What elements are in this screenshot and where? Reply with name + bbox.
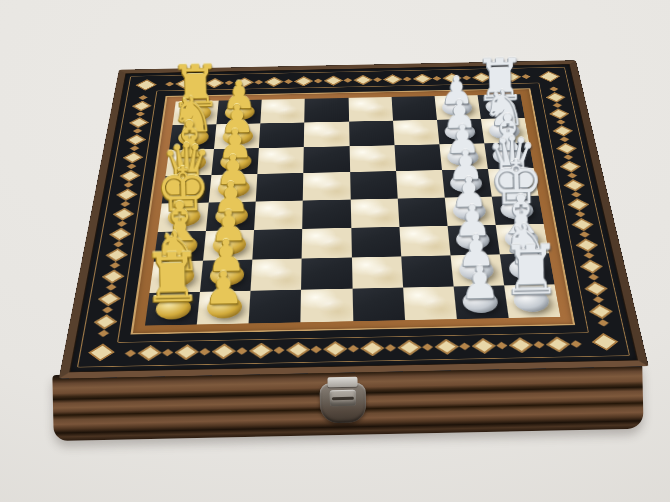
big-diamond-inlay-icon [559,160,580,172]
small-diamond-inlay-icon [496,342,507,349]
small-diamond-inlay-icon [138,95,147,100]
small-diamond-inlay-icon [105,284,116,291]
big-diamond-inlay-icon [93,314,116,329]
small-diamond-inlay-icon [592,296,603,303]
big-diamond-inlay-icon [580,259,602,273]
gold-pawn-glyph: ♟ [185,266,262,310]
small-diamond-inlay-icon [559,137,568,142]
big-diamond-inlay-icon [323,75,342,85]
big-diamond-inlay-icon [137,345,161,361]
small-diamond-inlay-icon [403,76,412,81]
small-diamond-inlay-icon [556,119,565,124]
big-diamond-inlay-icon [119,170,140,182]
big-diamond-inlay-icon [563,179,584,191]
big-diamond-inlay-icon [545,92,564,102]
small-diamond-inlay-icon [549,87,558,92]
small-diamond-inlay-icon [123,182,133,188]
big-diamond-inlay-icon [132,101,151,112]
big-diamond-inlay-icon [116,188,137,200]
big-diamond-inlay-icon [584,281,607,295]
small-diamond-inlay-icon [579,231,589,237]
big-diamond-inlay-icon [294,76,313,86]
small-diamond-inlay-icon [129,146,138,151]
big-diamond-inlay-icon [575,238,597,251]
product-photo-background: ♜♟♟♜♞♟♟♞♝♟♟♝♛♟♟♛♚♟♟♚♝♟♟♝♞♟♟♞♜♟♟♜ [0,0,670,502]
big-diamond-inlay-icon [353,75,372,85]
small-diamond-inlay-icon [135,112,144,117]
small-diamond-inlay-icon [126,164,136,169]
chess-box: ♜♟♟♜♞♟♟♞♝♟♟♝♛♟♟♛♚♟♟♚♝♟♟♝♞♟♟♞♜♟♟♜ [0,0,670,502]
big-diamond-inlay-icon [126,134,146,145]
big-diamond-inlay-icon [383,74,402,84]
big-diamond-inlay-icon [589,304,612,319]
small-diamond-inlay-icon [567,173,577,179]
big-diamond-inlay-icon [105,248,127,262]
small-diamond-inlay-icon [583,252,593,258]
big-diamond-inlay-icon [97,291,120,306]
small-diamond-inlay-icon [102,306,113,313]
big-diamond-inlay-icon [552,125,572,136]
small-diamond-inlay-icon [563,154,573,159]
silver-pawn-glyph: ♟ [442,261,519,305]
small-diamond-inlay-icon [588,274,599,281]
big-diamond-inlay-icon [556,142,576,153]
small-diamond-inlay-icon [343,78,352,83]
small-diamond-inlay-icon [284,79,293,84]
small-diamond-inlay-icon [113,241,123,247]
big-diamond-inlay-icon [101,269,123,283]
big-diamond-inlay-icon [249,342,273,358]
small-diamond-inlay-icon [314,78,323,83]
big-diamond-inlay-icon [549,108,569,119]
small-diamond-inlay-icon [373,77,382,82]
small-diamond-inlay-icon [552,103,561,108]
board-surface: ♜♟♟♜♞♟♟♞♝♟♟♝♛♟♟♛♚♟♟♚♝♟♟♝♞♟♟♞♜♟♟♜ [59,60,649,378]
small-diamond-inlay-icon [109,262,119,268]
small-diamond-inlay-icon [571,192,581,198]
board-scene: ♜♟♟♜♞♟♟♞♝♟♟♝♛♟♟♛♚♟♟♚♝♟♟♝♞♟♟♞♜♟♟♜ [0,0,670,502]
